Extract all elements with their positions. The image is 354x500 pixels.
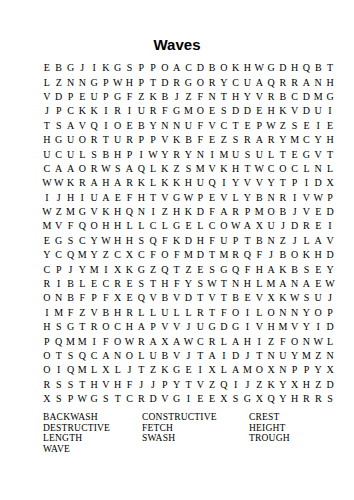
grid-cell: T bbox=[100, 133, 112, 147]
grid-cell: U bbox=[253, 147, 265, 161]
grid-cell: H bbox=[124, 75, 136, 89]
word-list-item: CREST bbox=[249, 412, 290, 423]
grid-cell: S bbox=[112, 162, 124, 176]
grid-cell: D bbox=[183, 234, 195, 248]
worksheet-page: Waves EBGJIKGSPPOACDBOKHWGDHQBTLZNNGPWHP… bbox=[0, 0, 354, 500]
grid-cell: O bbox=[289, 248, 301, 262]
grid-cell: Q bbox=[53, 334, 65, 348]
grid-cell: B bbox=[183, 133, 195, 147]
grid-cell: U bbox=[65, 147, 77, 161]
grid-cell: A bbox=[218, 205, 230, 219]
grid-cell: Y bbox=[230, 176, 242, 190]
grid-cell: F bbox=[194, 133, 206, 147]
word-search-grid: EBGJIKGSPPOACDBOKHWGDHQBTLZNNGPWHPTDRGOR… bbox=[41, 61, 336, 406]
grid-cell: Z bbox=[253, 378, 265, 392]
grid-cell: M bbox=[53, 306, 65, 320]
grid-cell: X bbox=[124, 248, 136, 262]
grid-cell: V bbox=[289, 104, 301, 118]
grid-cell: Y bbox=[301, 320, 313, 334]
grid-cell: E bbox=[112, 191, 124, 205]
grid-cell: J bbox=[53, 191, 65, 205]
grid-cell: G bbox=[171, 191, 183, 205]
grid-cell: E bbox=[206, 133, 218, 147]
grid-cell: M bbox=[76, 334, 88, 348]
grid-cell: I bbox=[301, 176, 313, 190]
grid-cell: U bbox=[312, 104, 324, 118]
grid-cell: I bbox=[230, 378, 242, 392]
grid-cell: R bbox=[230, 248, 242, 262]
grid-cell: E bbox=[242, 119, 254, 133]
grid-cell: P bbox=[100, 90, 112, 104]
grid-cell: Z bbox=[206, 378, 218, 392]
grid-cell: U bbox=[277, 349, 289, 363]
grid-cell: Z bbox=[312, 378, 324, 392]
grid-cell: G bbox=[88, 392, 100, 406]
grid-cell: R bbox=[124, 176, 136, 190]
grid-cell: F bbox=[171, 248, 183, 262]
grid-cell: Z bbox=[183, 90, 195, 104]
grid-cell: T bbox=[277, 176, 289, 190]
grid-cell: P bbox=[301, 363, 313, 377]
grid-cell: W bbox=[265, 119, 277, 133]
grid-cell: Q bbox=[65, 363, 77, 377]
grid-cell: S bbox=[301, 262, 313, 276]
grid-cell: G bbox=[265, 61, 277, 75]
grid-cell: C bbox=[53, 147, 65, 161]
grid-cell: C bbox=[289, 90, 301, 104]
grid-cell: Y bbox=[88, 248, 100, 262]
grid-cell: P bbox=[135, 61, 147, 75]
grid-cell: X bbox=[41, 392, 53, 406]
grid-cell: F bbox=[206, 234, 218, 248]
grid-cell: C bbox=[65, 104, 77, 118]
grid-cell: X bbox=[324, 363, 336, 377]
grid-cell: S bbox=[242, 147, 254, 161]
grid-cell: N bbox=[135, 205, 147, 219]
grid-cell: N bbox=[65, 75, 77, 89]
grid-cell: L bbox=[147, 306, 159, 320]
grid-cell: N bbox=[265, 234, 277, 248]
grid-cell: Y bbox=[147, 119, 159, 133]
grid-cell: I bbox=[53, 363, 65, 377]
grid-cell: F bbox=[194, 90, 206, 104]
grid-cell: E bbox=[76, 90, 88, 104]
grid-cell: G bbox=[53, 234, 65, 248]
grid-cell: P bbox=[147, 133, 159, 147]
grid-cell: H bbox=[194, 234, 206, 248]
word-list-item: WAVE bbox=[43, 444, 110, 455]
grid-cell: I bbox=[41, 306, 53, 320]
grid-cell: W bbox=[41, 205, 53, 219]
grid-cell: E bbox=[183, 219, 195, 233]
grid-cell: L bbox=[324, 334, 336, 348]
grid-cell: E bbox=[124, 277, 136, 291]
grid-cell: J bbox=[324, 291, 336, 305]
grid-cell: T bbox=[277, 147, 289, 161]
grid-cell: A bbox=[65, 119, 77, 133]
grid-cell: N bbox=[324, 349, 336, 363]
grid-cell: R bbox=[88, 320, 100, 334]
word-list-column-1: BACKWASHDESTRUCTIVELENGTHWAVE bbox=[43, 412, 110, 454]
grid-cell: C bbox=[206, 219, 218, 233]
grid-cell: O bbox=[194, 75, 206, 89]
grid-cell: E bbox=[324, 119, 336, 133]
grid-cell: L bbox=[135, 219, 147, 233]
grid-cell: P bbox=[53, 262, 65, 276]
grid-cell: E bbox=[312, 277, 324, 291]
grid-cell: R bbox=[112, 104, 124, 118]
grid-cell: P bbox=[65, 90, 77, 104]
grid-cell: I bbox=[53, 277, 65, 291]
grid-cell: O bbox=[218, 219, 230, 233]
grid-cell: V bbox=[88, 306, 100, 320]
grid-cell: Z bbox=[312, 349, 324, 363]
grid-cell: V bbox=[159, 320, 171, 334]
grid-cell: A bbox=[230, 334, 242, 348]
grid-cell: H bbox=[88, 378, 100, 392]
grid-cell: W bbox=[112, 75, 124, 89]
grid-cell: M bbox=[218, 248, 230, 262]
grid-cell: V bbox=[100, 378, 112, 392]
grid-cell: I bbox=[124, 104, 136, 118]
grid-cell: F bbox=[277, 334, 289, 348]
grid-cell: O bbox=[253, 363, 265, 377]
grid-cell: B bbox=[206, 61, 218, 75]
grid-cell: R bbox=[277, 75, 289, 89]
grid-cell: V bbox=[206, 119, 218, 133]
grid-cell: M bbox=[88, 262, 100, 276]
grid-cell: K bbox=[171, 234, 183, 248]
grid-cell: O bbox=[124, 349, 136, 363]
grid-cell: L bbox=[301, 234, 313, 248]
grid-cell: R bbox=[242, 133, 254, 147]
grid-cell: K bbox=[100, 205, 112, 219]
grid-cell: O bbox=[218, 61, 230, 75]
grid-cell: U bbox=[194, 176, 206, 190]
grid-cell: S bbox=[53, 378, 65, 392]
grid-cell: L bbox=[112, 363, 124, 377]
grid-cell: R bbox=[206, 75, 218, 89]
grid-cell: V bbox=[218, 191, 230, 205]
grid-cell: E bbox=[301, 119, 313, 133]
grid-cell: W bbox=[312, 191, 324, 205]
grid-cell: V bbox=[206, 291, 218, 305]
grid-cell: R bbox=[171, 75, 183, 89]
grid-cell: W bbox=[289, 291, 301, 305]
grid-cell: O bbox=[312, 306, 324, 320]
grid-cell: E bbox=[242, 291, 254, 305]
grid-cell: L bbox=[88, 363, 100, 377]
grid-cell: V bbox=[301, 205, 313, 219]
grid-cell: O bbox=[112, 334, 124, 348]
grid-cell: Y bbox=[41, 248, 53, 262]
grid-cell: A bbox=[171, 334, 183, 348]
grid-cell: V bbox=[159, 191, 171, 205]
grid-cell: L bbox=[301, 162, 313, 176]
grid-cell: E bbox=[206, 392, 218, 406]
grid-cell: N bbox=[194, 147, 206, 161]
grid-cell: B bbox=[159, 291, 171, 305]
grid-cell: O bbox=[41, 363, 53, 377]
grid-cell: H bbox=[242, 334, 254, 348]
grid-cell: E bbox=[88, 277, 100, 291]
grid-cell: P bbox=[53, 104, 65, 118]
grid-cell: M bbox=[265, 277, 277, 291]
grid-cell: D bbox=[53, 90, 65, 104]
grid-cell: N bbox=[265, 191, 277, 205]
grid-cell: T bbox=[324, 147, 336, 161]
grid-cell: F bbox=[124, 378, 136, 392]
grid-cell: H bbox=[253, 262, 265, 276]
grid-cell: B bbox=[289, 262, 301, 276]
grid-cell: W bbox=[100, 162, 112, 176]
grid-cell: C bbox=[100, 277, 112, 291]
grid-cell: E bbox=[124, 119, 136, 133]
grid-cell: B bbox=[65, 277, 77, 291]
grid-cell: F bbox=[124, 90, 136, 104]
grid-cell: B bbox=[53, 61, 65, 75]
grid-cell: O bbox=[112, 119, 124, 133]
grid-cell: G bbox=[171, 392, 183, 406]
grid-cell: P bbox=[65, 392, 77, 406]
grid-cell: C bbox=[301, 133, 313, 147]
grid-cell: Z bbox=[147, 262, 159, 276]
grid-cell: T bbox=[147, 277, 159, 291]
grid-cell: G bbox=[171, 104, 183, 118]
grid-cell: V bbox=[76, 119, 88, 133]
grid-cell: F bbox=[65, 219, 77, 233]
grid-cell: N bbox=[301, 334, 313, 348]
grid-cell: H bbox=[265, 104, 277, 118]
grid-cell: D bbox=[230, 349, 242, 363]
grid-cell: V bbox=[301, 191, 313, 205]
grid-cell: E bbox=[206, 104, 218, 118]
grid-cell: H bbox=[183, 176, 195, 190]
grid-cell: P bbox=[147, 61, 159, 75]
grid-cell: J bbox=[289, 234, 301, 248]
grid-cell: K bbox=[277, 104, 289, 118]
grid-cell: H bbox=[41, 320, 53, 334]
grid-cell: L bbox=[159, 219, 171, 233]
grid-cell: U bbox=[312, 291, 324, 305]
grid-cell: H bbox=[242, 277, 254, 291]
grid-cell: M bbox=[76, 363, 88, 377]
grid-cell: G bbox=[76, 205, 88, 219]
grid-cell: T bbox=[218, 277, 230, 291]
grid-cell: N bbox=[265, 349, 277, 363]
grid-cell: I bbox=[147, 205, 159, 219]
grid-cell: Q bbox=[265, 392, 277, 406]
grid-cell: D bbox=[277, 61, 289, 75]
grid-cell: F bbox=[100, 334, 112, 348]
grid-cell: Q bbox=[206, 176, 218, 190]
grid-cell: J bbox=[147, 378, 159, 392]
grid-cell: X bbox=[253, 219, 265, 233]
grid-cell: H bbox=[301, 378, 313, 392]
grid-cell: U bbox=[88, 191, 100, 205]
grid-cell: W bbox=[312, 334, 324, 348]
grid-cell: G bbox=[242, 392, 254, 406]
grid-cell: Y bbox=[277, 133, 289, 147]
grid-cell: W bbox=[41, 176, 53, 190]
grid-cell: L bbox=[253, 306, 265, 320]
grid-cell: X bbox=[218, 392, 230, 406]
grid-cell: U bbox=[194, 320, 206, 334]
grid-cell: Y bbox=[183, 147, 195, 161]
grid-cell: O bbox=[230, 306, 242, 320]
grid-cell: S bbox=[230, 392, 242, 406]
grid-cell: A bbox=[253, 75, 265, 89]
grid-cell: B bbox=[65, 291, 77, 305]
grid-cell: A bbox=[253, 133, 265, 147]
grid-cell: O bbox=[159, 248, 171, 262]
grid-cell: D bbox=[218, 320, 230, 334]
word-list-item: SWASH bbox=[142, 433, 217, 444]
grid-cell: Q bbox=[265, 75, 277, 89]
grid-cell: I bbox=[100, 104, 112, 118]
grid-cell: C bbox=[147, 219, 159, 233]
grid-cell: X bbox=[253, 392, 265, 406]
word-list: BACKWASHDESTRUCTIVELENGTHWAVE CONSTRUCTI… bbox=[0, 412, 354, 462]
grid-cell: A bbox=[100, 349, 112, 363]
grid-cell: R bbox=[76, 176, 88, 190]
grid-cell: F bbox=[171, 277, 183, 291]
grid-cell: N bbox=[159, 119, 171, 133]
grid-cell: K bbox=[100, 61, 112, 75]
grid-cell: Z bbox=[218, 133, 230, 147]
grid-cell: E bbox=[41, 234, 53, 248]
grid-cell: P bbox=[159, 378, 171, 392]
word-list-item: DESTRUCTIVE bbox=[43, 423, 110, 434]
grid-cell: S bbox=[53, 320, 65, 334]
grid-cell: N bbox=[76, 75, 88, 89]
grid-cell: B bbox=[159, 90, 171, 104]
grid-cell: Y bbox=[242, 191, 254, 205]
grid-cell: V bbox=[171, 291, 183, 305]
grid-cell: Z bbox=[100, 248, 112, 262]
grid-cell: S bbox=[206, 262, 218, 276]
grid-cell: H bbox=[135, 191, 147, 205]
grid-cell: P bbox=[289, 363, 301, 377]
grid-cell: L bbox=[41, 75, 53, 89]
grid-cell: R bbox=[88, 133, 100, 147]
grid-cell: K bbox=[88, 104, 100, 118]
grid-cell: Q bbox=[147, 234, 159, 248]
grid-cell: M bbox=[183, 104, 195, 118]
grid-cell: H bbox=[41, 133, 53, 147]
grid-cell: R bbox=[135, 334, 147, 348]
grid-cell: V bbox=[206, 162, 218, 176]
grid-cell: T bbox=[194, 349, 206, 363]
grid-cell: U bbox=[183, 119, 195, 133]
grid-cell: V bbox=[194, 378, 206, 392]
grid-cell: D bbox=[301, 104, 313, 118]
grid-cell: F bbox=[65, 306, 77, 320]
grid-cell: L bbox=[135, 349, 147, 363]
grid-cell: H bbox=[112, 205, 124, 219]
grid-cell: Q bbox=[76, 219, 88, 233]
grid-cell: H bbox=[112, 306, 124, 320]
grid-cell: I bbox=[312, 119, 324, 133]
grid-cell: Y bbox=[277, 392, 289, 406]
grid-cell: D bbox=[324, 378, 336, 392]
grid-cell: Q bbox=[301, 61, 313, 75]
grid-cell: C bbox=[124, 392, 136, 406]
grid-cell: S bbox=[65, 234, 77, 248]
grid-cell: Y bbox=[312, 133, 324, 147]
grid-cell: J bbox=[41, 104, 53, 118]
grid-cell: M bbox=[218, 147, 230, 161]
grid-cell: M bbox=[183, 248, 195, 262]
grid-cell: I bbox=[289, 191, 301, 205]
grid-cell: H bbox=[289, 61, 301, 75]
grid-cell: I bbox=[242, 306, 254, 320]
grid-cell: V bbox=[41, 90, 53, 104]
grid-cell: P bbox=[289, 176, 301, 190]
grid-cell: Y bbox=[218, 75, 230, 89]
grid-cell: V bbox=[324, 234, 336, 248]
grid-cell: D bbox=[289, 219, 301, 233]
grid-cell: Z bbox=[53, 75, 65, 89]
grid-cell: G bbox=[183, 75, 195, 89]
grid-cell: Z bbox=[135, 90, 147, 104]
grid-cell: P bbox=[100, 75, 112, 89]
grid-cell: S bbox=[65, 349, 77, 363]
grid-cell: O bbox=[265, 205, 277, 219]
grid-cell: M bbox=[277, 320, 289, 334]
grid-cell: Y bbox=[76, 262, 88, 276]
grid-cell: V bbox=[171, 349, 183, 363]
grid-cell: Z bbox=[171, 162, 183, 176]
grid-cell: K bbox=[218, 162, 230, 176]
grid-cell: Q bbox=[65, 248, 77, 262]
grid-cell: R bbox=[124, 133, 136, 147]
grid-cell: O bbox=[76, 133, 88, 147]
grid-cell: V bbox=[312, 147, 324, 161]
grid-cell: T bbox=[53, 349, 65, 363]
grid-cell: H bbox=[100, 176, 112, 190]
grid-cell: T bbox=[230, 119, 242, 133]
grid-cell: W bbox=[183, 334, 195, 348]
grid-cell: R bbox=[124, 306, 136, 320]
grid-cell: G bbox=[53, 133, 65, 147]
grid-cell: F bbox=[253, 248, 265, 262]
grid-cell: K bbox=[171, 176, 183, 190]
grid-cell: W bbox=[100, 234, 112, 248]
grid-cell: G bbox=[112, 90, 124, 104]
grid-cell: R bbox=[230, 205, 242, 219]
grid-cell: M bbox=[65, 334, 77, 348]
grid-cell: S bbox=[218, 104, 230, 118]
grid-cell: K bbox=[147, 90, 159, 104]
grid-cell: V bbox=[171, 320, 183, 334]
grid-cell: Y bbox=[171, 378, 183, 392]
grid-cell: S bbox=[124, 61, 136, 75]
grid-cell: N bbox=[171, 119, 183, 133]
grid-cell: W bbox=[253, 61, 265, 75]
grid-cell: D bbox=[194, 61, 206, 75]
grid-cell: J bbox=[65, 262, 77, 276]
grid-cell: P bbox=[41, 334, 53, 348]
grid-cell: H bbox=[112, 378, 124, 392]
grid-cell: C bbox=[41, 262, 53, 276]
grid-cell: Z bbox=[277, 234, 289, 248]
grid-cell: W bbox=[147, 147, 159, 161]
grid-cell: P bbox=[135, 75, 147, 89]
grid-cell: P bbox=[324, 306, 336, 320]
grid-cell: F bbox=[159, 234, 171, 248]
grid-cell: S bbox=[135, 277, 147, 291]
